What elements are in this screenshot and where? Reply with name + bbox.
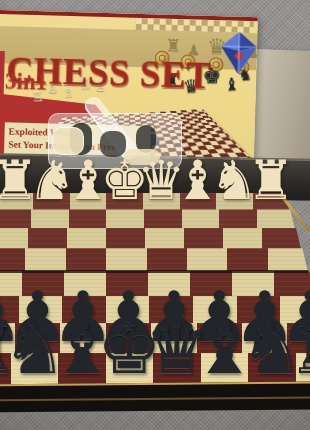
piece-white-rook-a1: ♜ [247, 154, 295, 208]
square-g4 [25, 248, 65, 271]
square-a3 [262, 228, 301, 249]
square-e3 [106, 228, 145, 249]
kite-logo-icon [218, 30, 258, 75]
square-c2 [182, 209, 220, 229]
square-b2 [219, 209, 257, 229]
square-a2 [257, 209, 295, 229]
square-f2 [69, 209, 107, 229]
board-rank-4 [0, 248, 308, 271]
square-d2 [144, 209, 182, 229]
box-edition: 3in1 [5, 68, 48, 95]
printed-dark-piece-icon: ♝ [224, 75, 240, 93]
square-d4 [147, 248, 187, 271]
square-f4 [66, 248, 106, 271]
square-d3 [145, 228, 184, 249]
square-h3 [0, 228, 28, 249]
square-g3 [28, 228, 67, 249]
board-front-edge [0, 382, 310, 413]
board-hinge-seam [0, 270, 308, 273]
square-c4 [187, 248, 227, 271]
board-rank-3 [0, 228, 301, 249]
piece-black-rook-a8: ♜ [287, 312, 310, 384]
square-e4 [106, 248, 146, 271]
square-h4 [0, 248, 25, 271]
product-photo-scene: ♜♟♛♝♟ ♖♙♗♕♙♜♛♚♝♞ CHESS SET 3in1 Exploite… [0, 0, 310, 430]
square-e2 [106, 209, 144, 229]
square-h2 [0, 209, 31, 229]
square-b4 [227, 248, 267, 271]
square-c3 [184, 228, 223, 249]
square-b3 [223, 228, 262, 249]
square-f3 [67, 228, 106, 249]
square-a4 [268, 248, 308, 271]
square-g2 [31, 209, 69, 229]
board-rank-2 [0, 209, 295, 229]
